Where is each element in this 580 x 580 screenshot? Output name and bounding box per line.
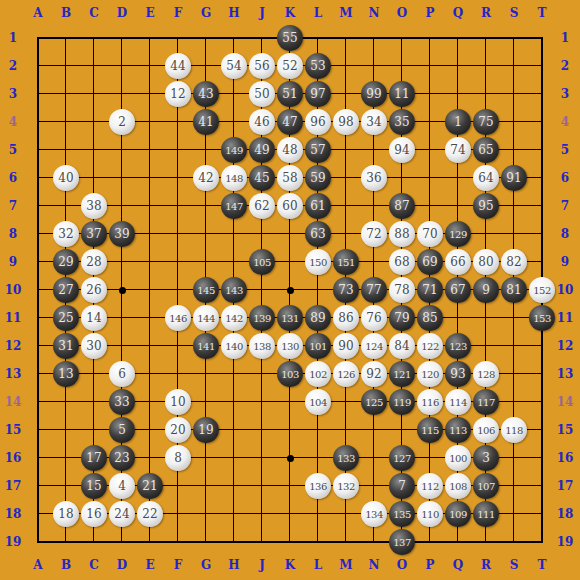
intersection-Q1[interactable] bbox=[444, 24, 472, 52]
intersection-C14[interactable] bbox=[80, 388, 108, 416]
white-stone-40-B6[interactable]: 40 bbox=[53, 165, 79, 191]
intersection-M14[interactable] bbox=[332, 388, 360, 416]
black-stone-125-N14[interactable]: 125 bbox=[361, 389, 387, 415]
intersection-T1[interactable] bbox=[528, 24, 556, 52]
intersection-J16[interactable] bbox=[248, 444, 276, 472]
black-stone-41-G4[interactable]: 41 bbox=[193, 109, 219, 135]
black-stone-57-L5[interactable]: 57 bbox=[305, 137, 331, 163]
white-stone-140-H12[interactable]: 140 bbox=[221, 333, 247, 359]
white-stone-44-F2[interactable]: 44 bbox=[165, 53, 191, 79]
black-stone-115-P15[interactable]: 115 bbox=[417, 417, 443, 443]
white-stone-46-J4[interactable]: 46 bbox=[249, 109, 275, 135]
intersection-N7[interactable] bbox=[360, 192, 388, 220]
white-stone-148-H6[interactable]: 148 bbox=[221, 165, 247, 191]
intersection-K17[interactable] bbox=[276, 472, 304, 500]
white-stone-62-J7[interactable]: 62 bbox=[249, 193, 275, 219]
black-stone-143-H10[interactable]: 143 bbox=[221, 277, 247, 303]
black-stone-11-O3[interactable]: 11 bbox=[389, 81, 415, 107]
black-stone-71-P10[interactable]: 71 bbox=[417, 277, 443, 303]
intersection-T6[interactable] bbox=[528, 164, 556, 192]
intersection-E3[interactable] bbox=[136, 80, 164, 108]
intersection-S14[interactable] bbox=[500, 388, 528, 416]
black-stone-105-J9[interactable]: 105 bbox=[249, 249, 275, 275]
intersection-M1[interactable] bbox=[332, 24, 360, 52]
white-stone-12-F3[interactable]: 12 bbox=[165, 81, 191, 107]
intersection-D6[interactable] bbox=[108, 164, 136, 192]
intersection-H17[interactable] bbox=[220, 472, 248, 500]
intersection-P5[interactable] bbox=[416, 136, 444, 164]
intersection-E16[interactable] bbox=[136, 444, 164, 472]
white-stone-116-P14[interactable]: 116 bbox=[417, 389, 443, 415]
intersection-M7[interactable] bbox=[332, 192, 360, 220]
black-stone-99-N3[interactable]: 99 bbox=[361, 81, 387, 107]
white-stone-66-Q9[interactable]: 66 bbox=[445, 249, 471, 275]
intersection-F5[interactable] bbox=[164, 136, 192, 164]
white-stone-144-G11[interactable]: 144 bbox=[193, 305, 219, 331]
intersection-K14[interactable] bbox=[276, 388, 304, 416]
intersection-E10[interactable] bbox=[136, 276, 164, 304]
white-stone-48-K5[interactable]: 48 bbox=[277, 137, 303, 163]
intersection-L1[interactable] bbox=[304, 24, 332, 52]
intersection-E7[interactable] bbox=[136, 192, 164, 220]
intersection-D5[interactable] bbox=[108, 136, 136, 164]
intersection-N5[interactable] bbox=[360, 136, 388, 164]
intersection-D10[interactable] bbox=[108, 276, 136, 304]
white-stone-16-C18[interactable]: 16 bbox=[81, 501, 107, 527]
intersection-J13[interactable] bbox=[248, 360, 276, 388]
intersection-B5[interactable] bbox=[52, 136, 80, 164]
intersection-D11[interactable] bbox=[108, 304, 136, 332]
intersection-M15[interactable] bbox=[332, 416, 360, 444]
white-stone-130-K12[interactable]: 130 bbox=[277, 333, 303, 359]
black-stone-3-R16[interactable]: 3 bbox=[473, 445, 499, 471]
intersection-A8[interactable] bbox=[24, 220, 52, 248]
intersection-A1[interactable] bbox=[24, 24, 52, 52]
black-stone-21-E17[interactable]: 21 bbox=[137, 473, 163, 499]
intersection-H15[interactable] bbox=[220, 416, 248, 444]
intersection-C13[interactable] bbox=[80, 360, 108, 388]
intersection-R1[interactable] bbox=[472, 24, 500, 52]
black-stone-39-D8[interactable]: 39 bbox=[109, 221, 135, 247]
intersection-D12[interactable] bbox=[108, 332, 136, 360]
intersection-M2[interactable] bbox=[332, 52, 360, 80]
black-stone-91-S6[interactable]: 91 bbox=[501, 165, 527, 191]
white-stone-50-J3[interactable]: 50 bbox=[249, 81, 275, 107]
intersection-D1[interactable] bbox=[108, 24, 136, 52]
white-stone-58-K6[interactable]: 58 bbox=[277, 165, 303, 191]
intersection-R19[interactable] bbox=[472, 528, 500, 556]
intersection-S11[interactable] bbox=[500, 304, 528, 332]
white-stone-94-O5[interactable]: 94 bbox=[389, 137, 415, 163]
white-stone-138-J12[interactable]: 138 bbox=[249, 333, 275, 359]
black-stone-69-P9[interactable]: 69 bbox=[417, 249, 443, 275]
intersection-M6[interactable] bbox=[332, 164, 360, 192]
black-stone-111-R18[interactable]: 111 bbox=[473, 501, 499, 527]
intersection-N19[interactable] bbox=[360, 528, 388, 556]
intersection-J17[interactable] bbox=[248, 472, 276, 500]
intersection-N9[interactable] bbox=[360, 248, 388, 276]
black-stone-49-J5[interactable]: 49 bbox=[249, 137, 275, 163]
black-stone-131-K11[interactable]: 131 bbox=[277, 305, 303, 331]
intersection-G8[interactable] bbox=[192, 220, 220, 248]
intersection-F17[interactable] bbox=[164, 472, 192, 500]
intersection-G5[interactable] bbox=[192, 136, 220, 164]
intersection-O6[interactable] bbox=[388, 164, 416, 192]
black-stone-141-G12[interactable]: 141 bbox=[193, 333, 219, 359]
black-stone-87-O7[interactable]: 87 bbox=[389, 193, 415, 219]
intersection-K19[interactable] bbox=[276, 528, 304, 556]
intersection-P1[interactable] bbox=[416, 24, 444, 52]
white-stone-124-N12[interactable]: 124 bbox=[361, 333, 387, 359]
intersection-G9[interactable] bbox=[192, 248, 220, 276]
intersection-K10[interactable] bbox=[276, 276, 304, 304]
intersection-A6[interactable] bbox=[24, 164, 52, 192]
intersection-M8[interactable] bbox=[332, 220, 360, 248]
intersection-P16[interactable] bbox=[416, 444, 444, 472]
intersection-G19[interactable] bbox=[192, 528, 220, 556]
intersection-S2[interactable] bbox=[500, 52, 528, 80]
black-stone-13-B13[interactable]: 13 bbox=[53, 361, 79, 387]
intersection-T15[interactable] bbox=[528, 416, 556, 444]
intersection-C4[interactable] bbox=[80, 108, 108, 136]
white-stone-2-D4[interactable]: 2 bbox=[109, 109, 135, 135]
black-stone-59-L6[interactable]: 59 bbox=[305, 165, 331, 191]
intersection-M18[interactable] bbox=[332, 500, 360, 528]
intersection-T8[interactable] bbox=[528, 220, 556, 248]
black-stone-61-L7[interactable]: 61 bbox=[305, 193, 331, 219]
black-stone-93-Q13[interactable]: 93 bbox=[445, 361, 471, 387]
white-stone-152-T10[interactable]: 152 bbox=[529, 277, 555, 303]
intersection-S1[interactable] bbox=[500, 24, 528, 52]
black-stone-85-P11[interactable]: 85 bbox=[417, 305, 443, 331]
black-stone-73-M10[interactable]: 73 bbox=[333, 277, 359, 303]
black-stone-137-O19[interactable]: 137 bbox=[389, 529, 415, 555]
black-stone-123-Q12[interactable]: 123 bbox=[445, 333, 471, 359]
intersection-N2[interactable] bbox=[360, 52, 388, 80]
black-stone-127-O16[interactable]: 127 bbox=[389, 445, 415, 471]
intersection-G1[interactable] bbox=[192, 24, 220, 52]
white-stone-60-K7[interactable]: 60 bbox=[277, 193, 303, 219]
white-stone-132-M17[interactable]: 132 bbox=[333, 473, 359, 499]
white-stone-24-D18[interactable]: 24 bbox=[109, 501, 135, 527]
white-stone-20-F15[interactable]: 20 bbox=[165, 417, 191, 443]
intersection-F4[interactable] bbox=[164, 108, 192, 136]
intersection-E4[interactable] bbox=[136, 108, 164, 136]
white-stone-18-B18[interactable]: 18 bbox=[53, 501, 79, 527]
black-stone-15-C17[interactable]: 15 bbox=[81, 473, 107, 499]
black-stone-23-D16[interactable]: 23 bbox=[109, 445, 135, 471]
intersection-T9[interactable] bbox=[528, 248, 556, 276]
black-stone-53-L2[interactable]: 53 bbox=[305, 53, 331, 79]
intersection-S17[interactable] bbox=[500, 472, 528, 500]
white-stone-36-N6[interactable]: 36 bbox=[361, 165, 387, 191]
white-stone-68-O9[interactable]: 68 bbox=[389, 249, 415, 275]
intersection-B2[interactable] bbox=[52, 52, 80, 80]
intersection-R12[interactable] bbox=[472, 332, 500, 360]
intersection-F6[interactable] bbox=[164, 164, 192, 192]
intersection-B7[interactable] bbox=[52, 192, 80, 220]
intersection-S8[interactable] bbox=[500, 220, 528, 248]
intersection-E14[interactable] bbox=[136, 388, 164, 416]
black-stone-63-L8[interactable]: 63 bbox=[305, 221, 331, 247]
intersection-J14[interactable] bbox=[248, 388, 276, 416]
intersection-A16[interactable] bbox=[24, 444, 52, 472]
intersection-T3[interactable] bbox=[528, 80, 556, 108]
intersection-T17[interactable] bbox=[528, 472, 556, 500]
white-stone-100-Q16[interactable]: 100 bbox=[445, 445, 471, 471]
white-stone-146-F11[interactable]: 146 bbox=[165, 305, 191, 331]
white-stone-38-C7[interactable]: 38 bbox=[81, 193, 107, 219]
intersection-H16[interactable] bbox=[220, 444, 248, 472]
white-stone-6-D13[interactable]: 6 bbox=[109, 361, 135, 387]
intersection-J10[interactable] bbox=[248, 276, 276, 304]
intersection-T7[interactable] bbox=[528, 192, 556, 220]
intersection-E2[interactable] bbox=[136, 52, 164, 80]
intersection-G18[interactable] bbox=[192, 500, 220, 528]
intersection-R2[interactable] bbox=[472, 52, 500, 80]
black-stone-27-B10[interactable]: 27 bbox=[53, 277, 79, 303]
black-stone-107-R17[interactable]: 107 bbox=[473, 473, 499, 499]
black-stone-45-J6[interactable]: 45 bbox=[249, 165, 275, 191]
intersection-C19[interactable] bbox=[80, 528, 108, 556]
white-stone-114-Q14[interactable]: 114 bbox=[445, 389, 471, 415]
white-stone-136-L17[interactable]: 136 bbox=[305, 473, 331, 499]
intersection-G16[interactable] bbox=[192, 444, 220, 472]
black-stone-65-R5[interactable]: 65 bbox=[473, 137, 499, 163]
black-stone-129-Q8[interactable]: 129 bbox=[445, 221, 471, 247]
intersection-S19[interactable] bbox=[500, 528, 528, 556]
intersection-B17[interactable] bbox=[52, 472, 80, 500]
intersection-F9[interactable] bbox=[164, 248, 192, 276]
black-stone-29-B9[interactable]: 29 bbox=[53, 249, 79, 275]
intersection-A10[interactable] bbox=[24, 276, 52, 304]
intersection-Q3[interactable] bbox=[444, 80, 472, 108]
black-stone-77-N10[interactable]: 77 bbox=[361, 277, 387, 303]
intersection-E5[interactable] bbox=[136, 136, 164, 164]
intersection-F19[interactable] bbox=[164, 528, 192, 556]
black-stone-47-K4[interactable]: 47 bbox=[277, 109, 303, 135]
black-stone-145-G10[interactable]: 145 bbox=[193, 277, 219, 303]
intersection-R3[interactable] bbox=[472, 80, 500, 108]
intersection-H19[interactable] bbox=[220, 528, 248, 556]
intersection-T13[interactable] bbox=[528, 360, 556, 388]
intersection-L15[interactable] bbox=[304, 416, 332, 444]
intersection-K9[interactable] bbox=[276, 248, 304, 276]
intersection-N16[interactable] bbox=[360, 444, 388, 472]
intersection-H8[interactable] bbox=[220, 220, 248, 248]
intersection-D3[interactable] bbox=[108, 80, 136, 108]
intersection-A13[interactable] bbox=[24, 360, 52, 388]
black-stone-55-K1[interactable]: 55 bbox=[277, 25, 303, 51]
intersection-T2[interactable] bbox=[528, 52, 556, 80]
intersection-B14[interactable] bbox=[52, 388, 80, 416]
intersection-T19[interactable] bbox=[528, 528, 556, 556]
intersection-H18[interactable] bbox=[220, 500, 248, 528]
intersection-Q7[interactable] bbox=[444, 192, 472, 220]
black-stone-81-S10[interactable]: 81 bbox=[501, 277, 527, 303]
intersection-D2[interactable] bbox=[108, 52, 136, 80]
intersection-K18[interactable] bbox=[276, 500, 304, 528]
black-stone-17-C16[interactable]: 17 bbox=[81, 445, 107, 471]
white-stone-106-R15[interactable]: 106 bbox=[473, 417, 499, 443]
intersection-C2[interactable] bbox=[80, 52, 108, 80]
intersection-G13[interactable] bbox=[192, 360, 220, 388]
intersection-P4[interactable] bbox=[416, 108, 444, 136]
white-stone-108-Q17[interactable]: 108 bbox=[445, 473, 471, 499]
intersection-K15[interactable] bbox=[276, 416, 304, 444]
white-stone-22-E18[interactable]: 22 bbox=[137, 501, 163, 527]
intersection-S7[interactable] bbox=[500, 192, 528, 220]
black-stone-67-Q10[interactable]: 67 bbox=[445, 277, 471, 303]
black-stone-7-O17[interactable]: 7 bbox=[389, 473, 415, 499]
white-stone-82-S9[interactable]: 82 bbox=[501, 249, 527, 275]
white-stone-88-O8[interactable]: 88 bbox=[389, 221, 415, 247]
white-stone-104-L14[interactable]: 104 bbox=[305, 389, 331, 415]
intersection-F1[interactable] bbox=[164, 24, 192, 52]
white-stone-28-C9[interactable]: 28 bbox=[81, 249, 107, 275]
intersection-Q6[interactable] bbox=[444, 164, 472, 192]
intersection-S16[interactable] bbox=[500, 444, 528, 472]
intersection-C3[interactable] bbox=[80, 80, 108, 108]
intersection-H3[interactable] bbox=[220, 80, 248, 108]
intersection-S12[interactable] bbox=[500, 332, 528, 360]
black-stone-51-K3[interactable]: 51 bbox=[277, 81, 303, 107]
white-stone-42-G6[interactable]: 42 bbox=[193, 165, 219, 191]
black-stone-103-K13[interactable]: 103 bbox=[277, 361, 303, 387]
black-stone-9-R10[interactable]: 9 bbox=[473, 277, 499, 303]
intersection-N17[interactable] bbox=[360, 472, 388, 500]
intersection-H9[interactable] bbox=[220, 248, 248, 276]
intersection-L10[interactable] bbox=[304, 276, 332, 304]
white-stone-126-M13[interactable]: 126 bbox=[333, 361, 359, 387]
black-stone-153-T11[interactable]: 153 bbox=[529, 305, 555, 331]
intersection-S3[interactable] bbox=[500, 80, 528, 108]
intersection-K16[interactable] bbox=[276, 444, 304, 472]
intersection-J1[interactable] bbox=[248, 24, 276, 52]
white-stone-110-P18[interactable]: 110 bbox=[417, 501, 443, 527]
white-stone-80-R9[interactable]: 80 bbox=[473, 249, 499, 275]
intersection-F13[interactable] bbox=[164, 360, 192, 388]
intersection-G7[interactable] bbox=[192, 192, 220, 220]
intersection-C1[interactable] bbox=[80, 24, 108, 52]
intersection-K8[interactable] bbox=[276, 220, 304, 248]
intersection-Q2[interactable] bbox=[444, 52, 472, 80]
intersection-P6[interactable] bbox=[416, 164, 444, 192]
white-stone-32-B8[interactable]: 32 bbox=[53, 221, 79, 247]
intersection-F10[interactable] bbox=[164, 276, 192, 304]
intersection-C6[interactable] bbox=[80, 164, 108, 192]
intersection-N1[interactable] bbox=[360, 24, 388, 52]
black-stone-119-O14[interactable]: 119 bbox=[389, 389, 415, 415]
intersection-E9[interactable] bbox=[136, 248, 164, 276]
black-stone-121-O13[interactable]: 121 bbox=[389, 361, 415, 387]
intersection-A7[interactable] bbox=[24, 192, 52, 220]
white-stone-72-N8[interactable]: 72 bbox=[361, 221, 387, 247]
black-stone-139-J11[interactable]: 139 bbox=[249, 305, 275, 331]
white-stone-10-F14[interactable]: 10 bbox=[165, 389, 191, 415]
intersection-B16[interactable] bbox=[52, 444, 80, 472]
intersection-H1[interactable] bbox=[220, 24, 248, 52]
intersection-B3[interactable] bbox=[52, 80, 80, 108]
white-stone-98-M4[interactable]: 98 bbox=[333, 109, 359, 135]
intersection-C5[interactable] bbox=[80, 136, 108, 164]
intersection-A17[interactable] bbox=[24, 472, 52, 500]
white-stone-76-N11[interactable]: 76 bbox=[361, 305, 387, 331]
intersection-E15[interactable] bbox=[136, 416, 164, 444]
intersection-A3[interactable] bbox=[24, 80, 52, 108]
white-stone-134-N18[interactable]: 134 bbox=[361, 501, 387, 527]
intersection-O2[interactable] bbox=[388, 52, 416, 80]
intersection-E11[interactable] bbox=[136, 304, 164, 332]
intersection-C15[interactable] bbox=[80, 416, 108, 444]
intersection-E13[interactable] bbox=[136, 360, 164, 388]
intersection-J8[interactable] bbox=[248, 220, 276, 248]
intersection-G17[interactable] bbox=[192, 472, 220, 500]
white-stone-112-P17[interactable]: 112 bbox=[417, 473, 443, 499]
white-stone-102-L13[interactable]: 102 bbox=[305, 361, 331, 387]
white-stone-14-C11[interactable]: 14 bbox=[81, 305, 107, 331]
intersection-A19[interactable] bbox=[24, 528, 52, 556]
white-stone-118-S15[interactable]: 118 bbox=[501, 417, 527, 443]
black-stone-75-R4[interactable]: 75 bbox=[473, 109, 499, 135]
intersection-E8[interactable] bbox=[136, 220, 164, 248]
intersection-P2[interactable] bbox=[416, 52, 444, 80]
intersection-H4[interactable] bbox=[220, 108, 248, 136]
white-stone-26-C10[interactable]: 26 bbox=[81, 277, 107, 303]
black-stone-19-G15[interactable]: 19 bbox=[193, 417, 219, 443]
intersection-A9[interactable] bbox=[24, 248, 52, 276]
white-stone-128-R13[interactable]: 128 bbox=[473, 361, 499, 387]
white-stone-56-J2[interactable]: 56 bbox=[249, 53, 275, 79]
intersection-A15[interactable] bbox=[24, 416, 52, 444]
white-stone-122-P12[interactable]: 122 bbox=[417, 333, 443, 359]
intersection-Q19[interactable] bbox=[444, 528, 472, 556]
black-stone-1-Q4[interactable]: 1 bbox=[445, 109, 471, 135]
black-stone-149-H5[interactable]: 149 bbox=[221, 137, 247, 163]
intersection-R8[interactable] bbox=[472, 220, 500, 248]
intersection-E6[interactable] bbox=[136, 164, 164, 192]
intersection-B4[interactable] bbox=[52, 108, 80, 136]
intersection-T18[interactable] bbox=[528, 500, 556, 528]
black-stone-33-D14[interactable]: 33 bbox=[109, 389, 135, 415]
white-stone-86-M11[interactable]: 86 bbox=[333, 305, 359, 331]
black-stone-151-M9[interactable]: 151 bbox=[333, 249, 359, 275]
intersection-J18[interactable] bbox=[248, 500, 276, 528]
intersection-B19[interactable] bbox=[52, 528, 80, 556]
intersection-O15[interactable] bbox=[388, 416, 416, 444]
intersection-G2[interactable] bbox=[192, 52, 220, 80]
intersection-H13[interactable] bbox=[220, 360, 248, 388]
intersection-J19[interactable] bbox=[248, 528, 276, 556]
black-stone-43-G3[interactable]: 43 bbox=[193, 81, 219, 107]
black-stone-31-B12[interactable]: 31 bbox=[53, 333, 79, 359]
white-stone-4-D17[interactable]: 4 bbox=[109, 473, 135, 499]
black-stone-97-L3[interactable]: 97 bbox=[305, 81, 331, 107]
white-stone-96-L4[interactable]: 96 bbox=[305, 109, 331, 135]
intersection-M19[interactable] bbox=[332, 528, 360, 556]
white-stone-78-O10[interactable]: 78 bbox=[389, 277, 415, 303]
black-stone-101-L12[interactable]: 101 bbox=[305, 333, 331, 359]
intersection-A2[interactable] bbox=[24, 52, 52, 80]
black-stone-147-H7[interactable]: 147 bbox=[221, 193, 247, 219]
intersection-F8[interactable] bbox=[164, 220, 192, 248]
intersection-D19[interactable] bbox=[108, 528, 136, 556]
intersection-B15[interactable] bbox=[52, 416, 80, 444]
white-stone-150-L9[interactable]: 150 bbox=[305, 249, 331, 275]
intersection-T12[interactable] bbox=[528, 332, 556, 360]
black-stone-79-O11[interactable]: 79 bbox=[389, 305, 415, 331]
intersection-B1[interactable] bbox=[52, 24, 80, 52]
